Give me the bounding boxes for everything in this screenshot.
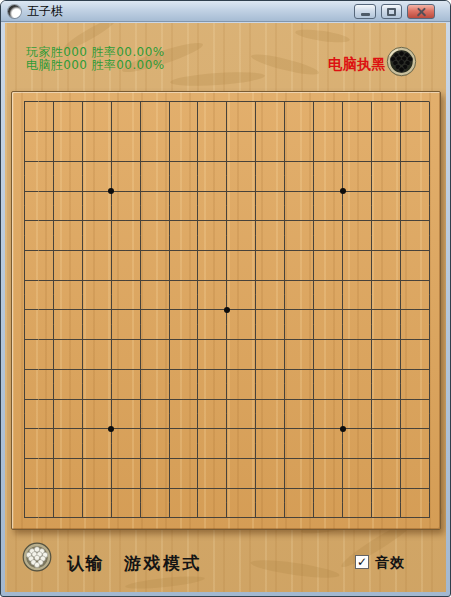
board-intersection[interactable] [415, 473, 441, 503]
board-intersection[interactable] [97, 295, 126, 325]
bamboo-decoration [295, 27, 351, 45]
board-intersection[interactable] [11, 206, 39, 236]
board-intersection[interactable] [155, 206, 184, 236]
board-intersection[interactable] [270, 146, 299, 176]
board-intersection[interactable] [241, 91, 270, 117]
board-intersection[interactable] [415, 117, 441, 147]
board-intersection[interactable] [155, 503, 184, 530]
resign-button[interactable]: 认输 [67, 552, 104, 575]
board-intersection[interactable] [386, 473, 415, 503]
board-intersection[interactable] [212, 206, 241, 236]
board-intersection[interactable] [184, 91, 213, 117]
window-content: 玩家胜000 胜率00.00% 电脑胜000 胜率00.00% 电脑执黑 [5, 23, 446, 592]
board-intersection[interactable] [39, 91, 68, 117]
board-intersection[interactable] [184, 473, 213, 503]
board-intersection[interactable] [386, 117, 415, 147]
board-intersection[interactable] [68, 414, 97, 444]
board-intersection[interactable] [155, 117, 184, 147]
board-intersection[interactable] [357, 414, 386, 444]
board-intersection[interactable] [184, 354, 213, 384]
board-intersection[interactable] [328, 325, 357, 355]
board-intersection[interactable] [328, 473, 357, 503]
board-intersection[interactable] [155, 384, 184, 414]
board-intersection[interactable] [386, 146, 415, 176]
board-intersection[interactable] [155, 91, 184, 117]
board-intersection[interactable] [415, 91, 441, 117]
board-intersection[interactable] [68, 117, 97, 147]
board-intersection[interactable] [328, 146, 357, 176]
board-intersection[interactable] [126, 414, 155, 444]
board-intersection[interactable] [241, 354, 270, 384]
board-intersection[interactable] [68, 384, 97, 414]
board-intersection[interactable] [97, 176, 126, 206]
board-intersection[interactable] [357, 146, 386, 176]
board-intersection[interactable] [270, 206, 299, 236]
board-intersection[interactable] [126, 295, 155, 325]
board-intersection[interactable] [415, 414, 441, 444]
board-intersection[interactable] [126, 265, 155, 295]
board-intersection[interactable] [184, 414, 213, 444]
window-title: 五子棋 [27, 1, 63, 22]
board-intersection[interactable] [11, 414, 39, 444]
board-intersection[interactable] [11, 91, 39, 117]
board-intersection[interactable] [357, 473, 386, 503]
board-intersection[interactable] [328, 384, 357, 414]
board-intersection[interactable] [97, 265, 126, 295]
board-intersection[interactable] [270, 414, 299, 444]
board-intersection[interactable] [39, 384, 68, 414]
board-intersection[interactable] [39, 414, 68, 444]
board-intersection[interactable] [386, 206, 415, 236]
board-intersection[interactable] [212, 414, 241, 444]
board-intersection[interactable] [68, 265, 97, 295]
board-intersection[interactable] [357, 354, 386, 384]
board-intersection[interactable] [270, 176, 299, 206]
board-intersection[interactable] [155, 414, 184, 444]
board-intersection[interactable] [299, 206, 328, 236]
board-intersection[interactable] [299, 265, 328, 295]
board-intersection[interactable] [270, 325, 299, 355]
board-intersection[interactable] [386, 384, 415, 414]
board-intersection[interactable] [39, 295, 68, 325]
board-intersection[interactable] [39, 265, 68, 295]
board-intersection[interactable] [212, 444, 241, 474]
board-intersection[interactable] [39, 354, 68, 384]
board-intersection[interactable] [68, 503, 97, 530]
board-intersection[interactable] [97, 117, 126, 147]
board-intersection[interactable] [415, 295, 441, 325]
board-intersection[interactable] [357, 295, 386, 325]
board-intersection[interactable] [68, 236, 97, 266]
board-intersection[interactable] [97, 384, 126, 414]
board-intersection[interactable] [270, 473, 299, 503]
board-intersection[interactable] [299, 503, 328, 530]
board-intersection[interactable] [11, 354, 39, 384]
board-intersection[interactable] [357, 176, 386, 206]
board-intersection[interactable] [126, 206, 155, 236]
board-intersection[interactable] [415, 146, 441, 176]
board-intersection[interactable] [241, 265, 270, 295]
board-intersection[interactable] [386, 236, 415, 266]
board-intersection[interactable] [39, 444, 68, 474]
board-intersection[interactable] [68, 176, 97, 206]
board-intersection[interactable] [386, 325, 415, 355]
board-intersection[interactable] [97, 206, 126, 236]
sound-label: 音效 [375, 554, 405, 572]
board-intersection[interactable] [241, 236, 270, 266]
board-intersection[interactable] [270, 384, 299, 414]
black-stones-bowl-icon [386, 46, 417, 81]
board-intersection[interactable] [415, 265, 441, 295]
board-intersection[interactable] [357, 265, 386, 295]
board-intersection[interactable] [299, 325, 328, 355]
board-intersection[interactable] [11, 384, 39, 414]
board-intersection[interactable] [11, 265, 39, 295]
board-intersection[interactable] [212, 473, 241, 503]
board-intersection[interactable] [241, 325, 270, 355]
board-intersection[interactable] [126, 325, 155, 355]
board-intersection[interactable] [126, 503, 155, 530]
board-intersection[interactable] [212, 265, 241, 295]
board-intersection[interactable] [126, 91, 155, 117]
board-intersection[interactable] [126, 473, 155, 503]
board-intersection[interactable] [11, 444, 39, 474]
board-intersection[interactable] [415, 384, 441, 414]
board-intersection[interactable] [386, 295, 415, 325]
board-intersection[interactable] [39, 473, 68, 503]
board-panel [11, 91, 441, 530]
board-intersection[interactable] [11, 473, 39, 503]
board-intersection[interactable] [155, 295, 184, 325]
board-intersection[interactable] [68, 146, 97, 176]
board-intersection[interactable] [415, 236, 441, 266]
board-intersection[interactable] [357, 503, 386, 530]
board-intersection[interactable] [126, 384, 155, 414]
board-intersection[interactable] [155, 444, 184, 474]
board-intersection[interactable] [328, 503, 357, 530]
board-intersection[interactable] [184, 146, 213, 176]
board-intersection[interactable] [212, 236, 241, 266]
board-intersection[interactable] [212, 325, 241, 355]
board-intersection[interactable] [386, 414, 415, 444]
board-intersection[interactable] [357, 384, 386, 414]
board-intersection[interactable] [328, 354, 357, 384]
board-intersection[interactable] [386, 354, 415, 384]
board-intersection[interactable] [299, 146, 328, 176]
board-intersection[interactable] [386, 265, 415, 295]
board-intersection[interactable] [415, 325, 441, 355]
board-intersection[interactable] [241, 206, 270, 236]
minimize-button[interactable] [354, 4, 376, 19]
check-icon: ✓ [357, 556, 367, 568]
board-intersection[interactable] [39, 117, 68, 147]
board-intersection[interactable] [270, 295, 299, 325]
board-intersection[interactable] [299, 473, 328, 503]
board-intersection[interactable] [357, 91, 386, 117]
board-intersection[interactable] [270, 91, 299, 117]
board-intersection[interactable] [126, 117, 155, 147]
board-intersection[interactable] [184, 384, 213, 414]
board-intersection[interactable] [97, 354, 126, 384]
board-intersection[interactable] [155, 354, 184, 384]
board-intersection[interactable] [97, 473, 126, 503]
bamboo-decoration [250, 51, 321, 79]
board-intersection[interactable] [415, 176, 441, 206]
board-intersection[interactable] [11, 176, 39, 206]
board-intersection[interactable] [11, 503, 39, 530]
board-intersection[interactable] [328, 265, 357, 295]
gomoku-board [11, 91, 441, 530]
board-intersection[interactable] [155, 265, 184, 295]
board-intersection[interactable] [328, 295, 357, 325]
board-intersection[interactable] [299, 444, 328, 474]
board-intersection[interactable] [386, 176, 415, 206]
board-intersection[interactable] [386, 444, 415, 474]
board-intersection[interactable] [386, 503, 415, 530]
board-intersection[interactable] [68, 325, 97, 355]
board-intersection[interactable] [212, 295, 241, 325]
board-intersection[interactable] [97, 146, 126, 176]
board-intersection[interactable] [155, 473, 184, 503]
board-intersection[interactable] [184, 503, 213, 530]
board-intersection[interactable] [11, 325, 39, 355]
board-intersection[interactable] [299, 91, 328, 117]
board-intersection[interactable] [241, 176, 270, 206]
board-intersection[interactable] [212, 176, 241, 206]
board-intersection[interactable] [68, 444, 97, 474]
board-intersection[interactable] [39, 325, 68, 355]
board-intersection[interactable] [241, 146, 270, 176]
board-intersection[interactable] [184, 176, 213, 206]
board-intersection[interactable] [328, 176, 357, 206]
board-intersection[interactable] [386, 91, 415, 117]
board-intersection[interactable] [241, 295, 270, 325]
board-intersection[interactable] [357, 236, 386, 266]
board-intersection[interactable] [39, 206, 68, 236]
board-intersection[interactable] [299, 354, 328, 384]
board-intersection[interactable] [155, 146, 184, 176]
score-panel: 玩家胜000 胜率00.00% 电脑胜000 胜率00.00% [26, 46, 164, 72]
board-intersection[interactable] [11, 117, 39, 147]
board-intersection[interactable] [155, 176, 184, 206]
bamboo-decoration [250, 557, 341, 581]
bamboo-decoration [170, 70, 266, 89]
board-intersection[interactable] [299, 384, 328, 414]
board-intersection[interactable] [97, 91, 126, 117]
board-intersection[interactable] [184, 295, 213, 325]
board-intersection[interactable] [68, 206, 97, 236]
board-intersection[interactable] [415, 206, 441, 236]
board-intersection[interactable] [68, 473, 97, 503]
board-intersection[interactable] [415, 354, 441, 384]
board-intersection[interactable] [97, 503, 126, 530]
board-intersection[interactable] [299, 236, 328, 266]
close-button[interactable] [407, 4, 435, 19]
board-intersection[interactable] [126, 236, 155, 266]
board-intersection[interactable] [415, 444, 441, 474]
board-intersection[interactable] [126, 146, 155, 176]
board-intersection[interactable] [241, 117, 270, 147]
computer-wins-text: 电脑胜000 胜率00.00% [26, 59, 164, 72]
board-intersection[interactable] [184, 325, 213, 355]
board-intersection[interactable] [212, 354, 241, 384]
board-intersection[interactable] [270, 354, 299, 384]
board-intersection[interactable] [357, 444, 386, 474]
board-intersection[interactable] [328, 444, 357, 474]
board-intersection[interactable] [68, 91, 97, 117]
board-intersection[interactable] [212, 117, 241, 147]
board-intersection[interactable] [184, 117, 213, 147]
board-intersection[interactable] [212, 384, 241, 414]
minimize-icon [361, 13, 370, 16]
board-intersection[interactable] [97, 325, 126, 355]
board-intersection[interactable] [328, 206, 357, 236]
white-stones-bowl-icon [22, 542, 52, 576]
board-intersection[interactable] [270, 117, 299, 147]
board-intersection[interactable] [212, 91, 241, 117]
board-intersection[interactable] [39, 176, 68, 206]
board-intersection[interactable] [270, 236, 299, 266]
board-intersection[interactable] [270, 444, 299, 474]
app-window: 五子棋 玩家胜000 胜率00.00% 电脑胜000 胜率00.00% 电脑执黑 [0, 0, 451, 597]
board-intersection[interactable] [11, 146, 39, 176]
board-intersection[interactable] [39, 236, 68, 266]
board-intersection[interactable] [299, 295, 328, 325]
board-intersection[interactable] [241, 444, 270, 474]
board-intersection[interactable] [241, 384, 270, 414]
sound-checkbox[interactable]: ✓ [355, 555, 369, 569]
board-intersection[interactable] [212, 503, 241, 530]
board-intersection[interactable] [299, 414, 328, 444]
board-intersection[interactable] [97, 414, 126, 444]
board-intersection[interactable] [241, 473, 270, 503]
board-intersection[interactable] [126, 176, 155, 206]
board-intersection[interactable] [184, 206, 213, 236]
board-intersection[interactable] [241, 414, 270, 444]
board-intersection[interactable] [270, 503, 299, 530]
board-intersection[interactable] [212, 146, 241, 176]
board-intersection[interactable] [328, 117, 357, 147]
board-intersection[interactable] [184, 444, 213, 474]
board-intersection[interactable] [328, 414, 357, 444]
maximize-icon [387, 8, 396, 16]
board-intersection[interactable] [328, 91, 357, 117]
bamboo-decoration [125, 574, 206, 591]
board-intersection[interactable] [241, 503, 270, 530]
board-intersection[interactable] [39, 146, 68, 176]
board-intersection[interactable] [155, 236, 184, 266]
board-intersection[interactable] [357, 325, 386, 355]
go-stone-icon [8, 5, 21, 18]
board-intersection[interactable] [270, 265, 299, 295]
game-mode-button[interactable]: 游戏模式 [124, 552, 202, 575]
board-intersection[interactable] [299, 176, 328, 206]
title-bar[interactable]: 五子棋 [1, 1, 450, 22]
board-intersection[interactable] [11, 236, 39, 266]
board-intersection[interactable] [97, 444, 126, 474]
board-intersection[interactable] [299, 117, 328, 147]
computer-color-label: 电脑执黑 [328, 56, 386, 74]
board-intersection[interactable] [328, 236, 357, 266]
board-intersection[interactable] [184, 236, 213, 266]
board-intersection[interactable] [126, 354, 155, 384]
board-intersection[interactable] [126, 444, 155, 474]
board-intersection[interactable] [68, 354, 97, 384]
board-intersection[interactable] [184, 265, 213, 295]
board-intersection[interactable] [97, 236, 126, 266]
close-icon [416, 6, 427, 17]
board-intersection[interactable] [357, 206, 386, 236]
board-intersection[interactable] [357, 117, 386, 147]
board-intersection[interactable] [68, 295, 97, 325]
board-intersection[interactable] [39, 503, 68, 530]
board-intersection[interactable] [11, 295, 39, 325]
board-intersection[interactable] [415, 503, 441, 530]
board-intersection[interactable] [155, 325, 184, 355]
maximize-button[interactable] [381, 4, 402, 19]
